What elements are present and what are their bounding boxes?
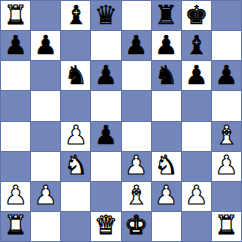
square-f2[interactable]: ♟	[152, 182, 181, 211]
piece-white-knight[interactable]: ♞	[155, 152, 178, 178]
piece-black-pawn[interactable]: ♟	[215, 62, 238, 88]
square-g5[interactable]	[182, 91, 211, 120]
square-a1[interactable]: ♜	[1, 212, 30, 241]
square-g3[interactable]	[182, 152, 211, 181]
square-h8[interactable]	[212, 1, 241, 30]
chess-board: ♜♝♛♜♚♟♟♟♟♝♞♟♞♟♟♟♟♝♞♟♞♟♟♟♝♟♟♜♛♚♜	[0, 0, 242, 242]
square-g4[interactable]	[182, 122, 211, 151]
square-f6[interactable]: ♞	[152, 61, 181, 90]
piece-white-rook[interactable]: ♜	[4, 212, 27, 238]
square-d3[interactable]	[91, 152, 120, 181]
piece-white-pawn[interactable]: ♟	[64, 122, 87, 148]
square-g1[interactable]	[182, 212, 211, 241]
square-a4[interactable]	[1, 122, 30, 151]
square-a2[interactable]: ♟	[1, 182, 30, 211]
square-e2[interactable]: ♝	[122, 182, 151, 211]
piece-white-king[interactable]: ♚	[124, 212, 147, 238]
square-e6[interactable]	[122, 61, 151, 90]
square-f3[interactable]: ♞	[152, 152, 181, 181]
square-g7[interactable]: ♝	[182, 31, 211, 60]
square-e8[interactable]	[122, 1, 151, 30]
square-c5[interactable]	[61, 91, 90, 120]
square-c1[interactable]	[61, 212, 90, 241]
square-a8[interactable]: ♜	[1, 1, 30, 30]
square-h7[interactable]	[212, 31, 241, 60]
square-c3[interactable]: ♞	[61, 152, 90, 181]
square-f4[interactable]	[152, 122, 181, 151]
square-b5[interactable]	[31, 91, 60, 120]
square-d1[interactable]: ♛	[91, 212, 120, 241]
piece-black-rook[interactable]: ♜	[155, 2, 178, 28]
square-c2[interactable]	[61, 182, 90, 211]
square-b3[interactable]	[31, 152, 60, 181]
square-e5[interactable]	[122, 91, 151, 120]
piece-black-king[interactable]: ♚	[185, 2, 208, 28]
square-b1[interactable]	[31, 212, 60, 241]
piece-black-pawn[interactable]: ♟	[155, 32, 178, 58]
piece-white-bishop[interactable]: ♝	[215, 122, 238, 148]
piece-black-knight[interactable]: ♞	[155, 62, 178, 88]
square-g6[interactable]: ♟	[182, 61, 211, 90]
piece-black-bishop[interactable]: ♝	[185, 32, 208, 58]
square-b4[interactable]	[31, 122, 60, 151]
square-e7[interactable]: ♟	[122, 31, 151, 60]
square-e1[interactable]: ♚	[122, 212, 151, 241]
piece-black-queen[interactable]: ♛	[94, 2, 117, 28]
square-d5[interactable]	[91, 91, 120, 120]
square-h4[interactable]: ♝	[212, 122, 241, 151]
piece-white-pawn[interactable]: ♟	[155, 182, 178, 208]
piece-white-pawn[interactable]: ♟	[4, 182, 27, 208]
square-a7[interactable]: ♟	[1, 31, 30, 60]
square-h2[interactable]	[212, 182, 241, 211]
square-d7[interactable]	[91, 31, 120, 60]
square-e3[interactable]: ♟	[122, 152, 151, 181]
piece-white-knight[interactable]: ♞	[64, 152, 87, 178]
square-c8[interactable]: ♝	[61, 1, 90, 30]
square-a6[interactable]	[1, 61, 30, 90]
square-d4[interactable]: ♟	[91, 122, 120, 151]
piece-black-pawn[interactable]: ♟	[185, 62, 208, 88]
square-b2[interactable]: ♟	[31, 182, 60, 211]
piece-black-pawn[interactable]: ♟	[94, 122, 117, 148]
piece-black-pawn[interactable]: ♟	[124, 32, 147, 58]
square-c4[interactable]: ♟	[61, 122, 90, 151]
square-b6[interactable]	[31, 61, 60, 90]
square-d2[interactable]	[91, 182, 120, 211]
square-c7[interactable]	[61, 31, 90, 60]
square-g8[interactable]: ♚	[182, 1, 211, 30]
square-b8[interactable]	[31, 1, 60, 30]
square-f5[interactable]	[152, 91, 181, 120]
piece-white-queen[interactable]: ♛	[94, 212, 117, 238]
square-h5[interactable]	[212, 91, 241, 120]
square-b7[interactable]: ♟	[31, 31, 60, 60]
piece-black-bishop[interactable]: ♝	[64, 2, 87, 28]
square-a5[interactable]	[1, 91, 30, 120]
piece-white-rook[interactable]: ♜	[4, 2, 27, 28]
square-h6[interactable]: ♟	[212, 61, 241, 90]
piece-white-pawn[interactable]: ♟	[215, 152, 238, 178]
square-h3[interactable]: ♟	[212, 152, 241, 181]
piece-black-pawn[interactable]: ♟	[4, 32, 27, 58]
square-c6[interactable]: ♞	[61, 61, 90, 90]
piece-white-pawn[interactable]: ♟	[185, 182, 208, 208]
square-g2[interactable]: ♟	[182, 182, 211, 211]
square-a3[interactable]	[1, 152, 30, 181]
piece-white-pawn[interactable]: ♟	[34, 182, 57, 208]
piece-black-pawn[interactable]: ♟	[94, 62, 117, 88]
piece-black-knight[interactable]: ♞	[64, 62, 87, 88]
square-h1[interactable]: ♜	[212, 212, 241, 241]
square-f1[interactable]	[152, 212, 181, 241]
piece-white-bishop[interactable]: ♝	[124, 182, 147, 208]
square-f7[interactable]: ♟	[152, 31, 181, 60]
piece-white-rook[interactable]: ♜	[215, 212, 238, 238]
square-d8[interactable]: ♛	[91, 1, 120, 30]
piece-white-pawn[interactable]: ♟	[124, 152, 147, 178]
piece-black-pawn[interactable]: ♟	[34, 32, 57, 58]
square-f8[interactable]: ♜	[152, 1, 181, 30]
square-d6[interactable]: ♟	[91, 61, 120, 90]
square-e4[interactable]	[122, 122, 151, 151]
